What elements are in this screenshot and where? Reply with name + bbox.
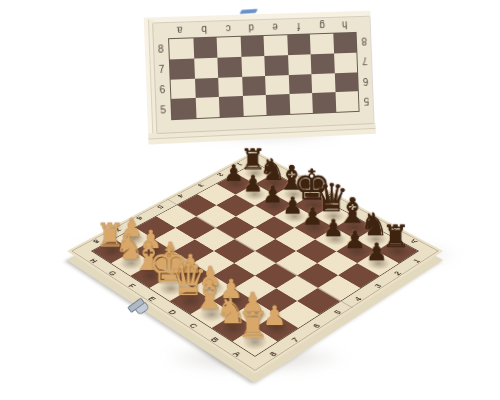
box-square xyxy=(195,97,219,118)
coordinate-label: 7 xyxy=(358,51,371,71)
box-square xyxy=(289,93,313,114)
box-square xyxy=(194,77,218,98)
box-half-board-grid xyxy=(168,32,360,120)
box-square xyxy=(217,57,241,78)
coordinate-label: 8 xyxy=(154,38,168,59)
box-square xyxy=(264,55,288,76)
box-square xyxy=(170,58,195,79)
box-square xyxy=(312,92,336,113)
coordinate-label: f xyxy=(286,20,310,34)
coordinate-label: c xyxy=(216,22,240,36)
open-chess-board: HGFEDCBA HGFEDCBA 12345678 12345678 ♜♞♝♚… xyxy=(67,151,443,374)
coordinate-label: a xyxy=(167,23,192,37)
box-square xyxy=(193,38,217,59)
coordinate-label: 6 xyxy=(359,71,372,91)
box-square xyxy=(311,53,335,73)
box-square xyxy=(334,72,358,92)
box-square xyxy=(334,52,358,72)
box-square xyxy=(171,98,196,119)
coordinate-label: 7 xyxy=(155,59,169,80)
chess-set-product-photo: abcdefgh 8765 8765 HGFEDCBA HGFEDCBA 123… xyxy=(0,0,500,400)
square-a2: ♟ xyxy=(358,251,399,275)
box-square xyxy=(218,76,242,97)
box-checkered-face: abcdefgh 8765 8765 xyxy=(153,17,373,133)
box-square xyxy=(217,37,241,58)
box-square xyxy=(288,54,312,75)
box-square xyxy=(194,57,218,78)
box-square xyxy=(241,56,265,77)
box-square xyxy=(310,34,334,54)
brand-sticker xyxy=(240,9,258,14)
box-square xyxy=(264,35,288,56)
box-square xyxy=(242,95,266,116)
coordinate-label: b xyxy=(192,23,216,37)
box-square xyxy=(333,33,357,53)
coordinate-label: e xyxy=(263,20,287,34)
box-square xyxy=(169,38,194,59)
coordinate-label: h xyxy=(333,18,357,32)
piece-glyph: ♟ xyxy=(346,240,407,264)
folded-chess-box: abcdefgh 8765 8765 xyxy=(153,17,373,133)
box-square xyxy=(287,34,311,54)
coordinate-label: 5 xyxy=(360,91,373,111)
box-square xyxy=(311,73,335,94)
box-square xyxy=(171,78,196,99)
coordinate-label: d xyxy=(239,21,263,35)
box-square xyxy=(219,96,243,117)
box-square xyxy=(242,75,266,96)
board-grid: ♜♞♝♚♛♝♞♜♟♟♟♟♟♟♟♟♟♟♟♟♟♟♟♟♜♞♝♚♛♝♞♜ xyxy=(91,162,419,356)
coordinate-label: g xyxy=(310,19,334,33)
coordinate-label: 6 xyxy=(155,79,169,100)
box-rank-labels-right: 8765 xyxy=(358,31,374,111)
box-square xyxy=(288,74,312,95)
box-square xyxy=(266,94,290,115)
box-square xyxy=(240,36,264,57)
coordinate-label: 5 xyxy=(156,100,170,121)
box-square xyxy=(265,75,289,96)
coordinate-label: 8 xyxy=(358,31,371,51)
box-square xyxy=(335,91,359,111)
piece-glyph: ♜ xyxy=(220,308,285,343)
square-a8: ♜ xyxy=(233,328,277,356)
